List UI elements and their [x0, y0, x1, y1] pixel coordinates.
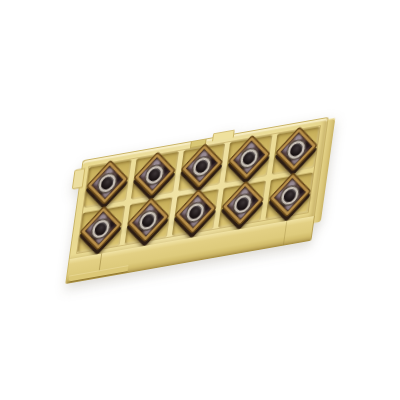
- insert-center-hole: [241, 149, 258, 167]
- insert-center-hole: [193, 157, 210, 175]
- insert-center-hole: [146, 165, 163, 183]
- insert-top-face: [180, 143, 223, 189]
- tray-compartment: [131, 151, 179, 199]
- tray-compartment: [84, 160, 132, 208]
- insert-top-face: [227, 135, 270, 181]
- tray-compartment: [272, 127, 320, 175]
- insert-center-hole: [93, 219, 110, 237]
- insert-center-hole: [187, 202, 204, 220]
- insert-top-face: [274, 127, 317, 173]
- tray-compartment: [171, 188, 219, 236]
- product-photo: [0, 0, 400, 400]
- tray-compartment: [219, 180, 267, 228]
- tray-compartment: [178, 143, 226, 191]
- tray-compartment: [266, 172, 314, 220]
- insert-center-hole: [281, 186, 298, 204]
- tray-left-clip: [72, 168, 86, 190]
- insert-center-hole: [288, 141, 305, 159]
- insert-center-hole: [234, 194, 251, 212]
- front-seam-right: [283, 221, 287, 246]
- tray-compartment: [225, 135, 273, 183]
- insert-center-hole: [99, 174, 116, 192]
- insert-center-hole: [140, 211, 157, 229]
- tray-compartment: [77, 205, 125, 253]
- insert-tray: [65, 117, 329, 284]
- tray-compartment: [124, 197, 172, 245]
- tray-back-tab: [212, 129, 235, 141]
